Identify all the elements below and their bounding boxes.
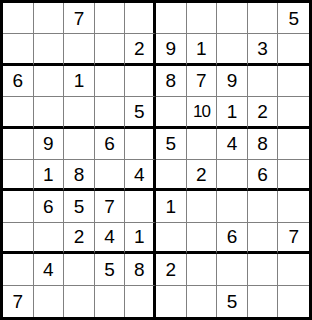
cell-r2c4[interactable] <box>95 34 126 65</box>
cell-r8c3[interactable]: 2 <box>64 223 95 254</box>
cell-r7c8[interactable] <box>217 191 248 222</box>
cell-r1c5[interactable] <box>125 3 156 34</box>
cell-r2c2[interactable] <box>34 34 65 65</box>
cell-r4c6[interactable] <box>156 97 187 128</box>
cell-r4c9[interactable]: 2 <box>248 97 279 128</box>
cell-r5c5[interactable] <box>125 129 156 160</box>
cell-r1c10[interactable]: 5 <box>278 3 309 34</box>
cell-r5c4[interactable]: 6 <box>95 129 126 160</box>
cell-r7c2[interactable]: 6 <box>34 191 65 222</box>
cell-r4c7[interactable]: 10 <box>187 97 218 128</box>
cell-r4c4[interactable] <box>95 97 126 128</box>
cell-r7c7[interactable] <box>187 191 218 222</box>
cell-r7c10[interactable] <box>278 191 309 222</box>
cell-r10c1[interactable]: 7 <box>3 286 34 317</box>
cell-r7c4[interactable]: 7 <box>95 191 126 222</box>
cell-r10c10[interactable] <box>278 286 309 317</box>
cell-r8c9[interactable] <box>248 223 279 254</box>
cell-r1c7[interactable] <box>187 3 218 34</box>
cell-r2c10[interactable] <box>278 34 309 65</box>
cell-r3c10[interactable] <box>278 66 309 97</box>
cell-r1c8[interactable] <box>217 3 248 34</box>
cell-r3c2[interactable] <box>34 66 65 97</box>
cell-r3c3[interactable]: 1 <box>64 66 95 97</box>
cell-r10c2[interactable] <box>34 286 65 317</box>
cell-r3c8[interactable]: 9 <box>217 66 248 97</box>
cell-r7c3[interactable]: 5 <box>64 191 95 222</box>
sudoku-board: 7529136187951012965481842665712416745827… <box>0 0 312 320</box>
cell-r4c3[interactable] <box>64 97 95 128</box>
cell-r7c9[interactable] <box>248 191 279 222</box>
cell-r10c6[interactable] <box>156 286 187 317</box>
cell-r3c7[interactable]: 7 <box>187 66 218 97</box>
cell-r10c4[interactable] <box>95 286 126 317</box>
cell-r9c7[interactable] <box>187 254 218 285</box>
cell-r8c10[interactable]: 7 <box>278 223 309 254</box>
cell-r9c5[interactable]: 8 <box>125 254 156 285</box>
cell-r1c4[interactable] <box>95 3 126 34</box>
cell-r8c6[interactable] <box>156 223 187 254</box>
cell-r2c1[interactable] <box>3 34 34 65</box>
cell-r6c5[interactable]: 4 <box>125 160 156 191</box>
cell-r6c10[interactable] <box>278 160 309 191</box>
cell-r2c9[interactable]: 3 <box>248 34 279 65</box>
cell-r6c7[interactable]: 2 <box>187 160 218 191</box>
cell-r3c5[interactable] <box>125 66 156 97</box>
cell-r5c8[interactable]: 4 <box>217 129 248 160</box>
cell-r10c3[interactable] <box>64 286 95 317</box>
cell-r1c3[interactable]: 7 <box>64 3 95 34</box>
cell-r1c6[interactable] <box>156 3 187 34</box>
cell-r8c5[interactable]: 1 <box>125 223 156 254</box>
cell-r10c5[interactable] <box>125 286 156 317</box>
cell-r9c8[interactable] <box>217 254 248 285</box>
cell-r8c7[interactable] <box>187 223 218 254</box>
cell-r8c2[interactable] <box>34 223 65 254</box>
cell-r8c8[interactable]: 6 <box>217 223 248 254</box>
cell-r7c1[interactable] <box>3 191 34 222</box>
cell-r6c9[interactable]: 6 <box>248 160 279 191</box>
cell-r9c6[interactable]: 2 <box>156 254 187 285</box>
cell-r3c1[interactable]: 6 <box>3 66 34 97</box>
cell-r4c1[interactable] <box>3 97 34 128</box>
cell-r6c3[interactable]: 8 <box>64 160 95 191</box>
cell-r7c5[interactable] <box>125 191 156 222</box>
cell-r2c8[interactable] <box>217 34 248 65</box>
cell-r6c8[interactable] <box>217 160 248 191</box>
cell-r6c2[interactable]: 1 <box>34 160 65 191</box>
cell-r6c1[interactable] <box>3 160 34 191</box>
cell-r3c9[interactable] <box>248 66 279 97</box>
cell-r5c2[interactable]: 9 <box>34 129 65 160</box>
cell-r1c9[interactable] <box>248 3 279 34</box>
cell-r5c10[interactable] <box>278 129 309 160</box>
cell-r5c3[interactable] <box>64 129 95 160</box>
cell-r5c7[interactable] <box>187 129 218 160</box>
cell-r2c3[interactable] <box>64 34 95 65</box>
cell-r4c8[interactable]: 1 <box>217 97 248 128</box>
cell-r9c4[interactable]: 5 <box>95 254 126 285</box>
cell-r8c1[interactable] <box>3 223 34 254</box>
cell-r2c5[interactable]: 2 <box>125 34 156 65</box>
cell-r9c2[interactable]: 4 <box>34 254 65 285</box>
cell-r1c1[interactable] <box>3 3 34 34</box>
cell-r10c7[interactable] <box>187 286 218 317</box>
cell-r5c6[interactable]: 5 <box>156 129 187 160</box>
cell-r3c4[interactable] <box>95 66 126 97</box>
cell-r9c9[interactable] <box>248 254 279 285</box>
cell-r6c4[interactable] <box>95 160 126 191</box>
cell-r9c3[interactable] <box>64 254 95 285</box>
cell-r5c1[interactable] <box>3 129 34 160</box>
cell-r10c9[interactable] <box>248 286 279 317</box>
cell-r7c6[interactable]: 1 <box>156 191 187 222</box>
cell-r9c10[interactable] <box>278 254 309 285</box>
cell-r4c5[interactable]: 5 <box>125 97 156 128</box>
cell-r5c9[interactable]: 8 <box>248 129 279 160</box>
cell-r6c6[interactable] <box>156 160 187 191</box>
cell-r10c8[interactable]: 5 <box>217 286 248 317</box>
cell-r4c10[interactable] <box>278 97 309 128</box>
cell-r2c6[interactable]: 9 <box>156 34 187 65</box>
cell-r3c6[interactable]: 8 <box>156 66 187 97</box>
cell-r4c2[interactable] <box>34 97 65 128</box>
cell-r1c2[interactable] <box>34 3 65 34</box>
cell-r2c7[interactable]: 1 <box>187 34 218 65</box>
cell-r8c4[interactable]: 4 <box>95 223 126 254</box>
cell-r9c1[interactable] <box>3 254 34 285</box>
